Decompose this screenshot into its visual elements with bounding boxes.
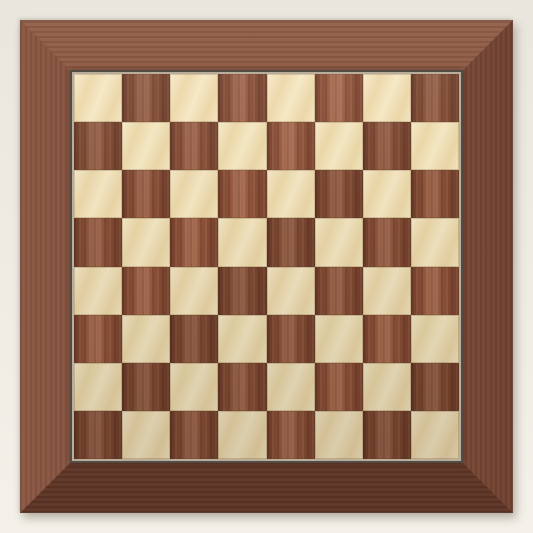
square-a5	[74, 218, 122, 266]
square-b2	[122, 363, 170, 411]
product-photo-background	[0, 0, 533, 533]
square-f1	[315, 411, 363, 459]
square-g7	[363, 122, 411, 170]
square-e6	[267, 170, 315, 218]
square-c2	[170, 363, 218, 411]
square-a4	[74, 267, 122, 315]
square-e3	[267, 315, 315, 363]
square-d6	[218, 170, 266, 218]
square-g6	[363, 170, 411, 218]
square-e7	[267, 122, 315, 170]
square-b4	[122, 267, 170, 315]
square-b5	[122, 218, 170, 266]
square-e4	[267, 267, 315, 315]
board-inlay-line	[72, 72, 461, 461]
square-g3	[363, 315, 411, 363]
square-g5	[363, 218, 411, 266]
square-f4	[315, 267, 363, 315]
square-g1	[363, 411, 411, 459]
square-c7	[170, 122, 218, 170]
square-d2	[218, 363, 266, 411]
square-b6	[122, 170, 170, 218]
board-grid	[74, 74, 459, 459]
square-f6	[315, 170, 363, 218]
square-f3	[315, 315, 363, 363]
square-c8	[170, 74, 218, 122]
board-inlay-border	[70, 70, 463, 463]
square-e2	[267, 363, 315, 411]
square-h4	[411, 267, 459, 315]
square-f5	[315, 218, 363, 266]
square-f2	[315, 363, 363, 411]
square-h6	[411, 170, 459, 218]
square-f7	[315, 122, 363, 170]
square-c3	[170, 315, 218, 363]
square-h7	[411, 122, 459, 170]
square-a1	[74, 411, 122, 459]
square-d4	[218, 267, 266, 315]
square-a3	[74, 315, 122, 363]
square-h5	[411, 218, 459, 266]
square-d8	[218, 74, 266, 122]
square-d5	[218, 218, 266, 266]
chess-board-frame	[20, 20, 513, 513]
square-b8	[122, 74, 170, 122]
square-d3	[218, 315, 266, 363]
square-e1	[267, 411, 315, 459]
square-h2	[411, 363, 459, 411]
square-c1	[170, 411, 218, 459]
square-b7	[122, 122, 170, 170]
square-a7	[74, 122, 122, 170]
square-c4	[170, 267, 218, 315]
square-h8	[411, 74, 459, 122]
square-d7	[218, 122, 266, 170]
square-g4	[363, 267, 411, 315]
square-e8	[267, 74, 315, 122]
square-f8	[315, 74, 363, 122]
square-c6	[170, 170, 218, 218]
square-c5	[170, 218, 218, 266]
square-b3	[122, 315, 170, 363]
square-a6	[74, 170, 122, 218]
square-h1	[411, 411, 459, 459]
square-d1	[218, 411, 266, 459]
square-b1	[122, 411, 170, 459]
square-g8	[363, 74, 411, 122]
square-a2	[74, 363, 122, 411]
square-h3	[411, 315, 459, 363]
square-a8	[74, 74, 122, 122]
square-e5	[267, 218, 315, 266]
square-g2	[363, 363, 411, 411]
